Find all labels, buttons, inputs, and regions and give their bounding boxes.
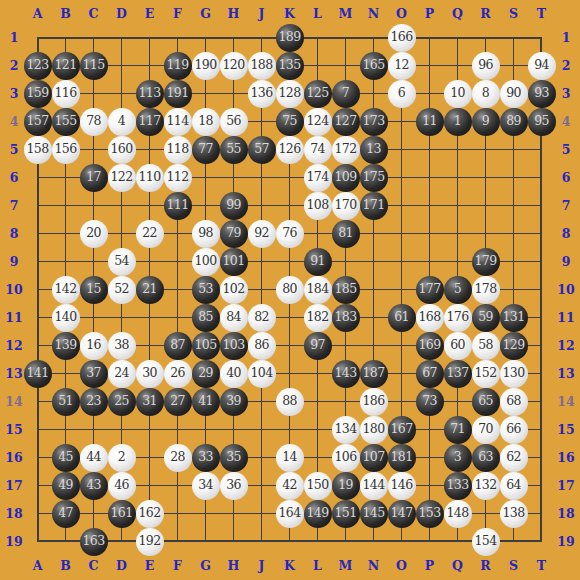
row-label-right-15: 15 [557,423,574,436]
stone-H5-move-55[interactable]: 55 [220,136,248,164]
stone-N17-move-144[interactable]: 144 [360,472,388,500]
stone-F12-move-87[interactable]: 87 [164,332,192,360]
col-label-bottom-G: G [200,560,211,573]
stone-G10-move-53[interactable]: 53 [192,276,220,304]
stone-C10-move-15[interactable]: 15 [80,276,108,304]
stone-N5-move-13[interactable]: 13 [360,136,388,164]
stone-R16-move-63[interactable]: 63 [472,444,500,472]
stone-G5-move-77[interactable]: 77 [192,136,220,164]
row-label-right-17: 17 [557,479,574,492]
row-label-left-17: 17 [5,479,22,492]
stone-S15-move-66[interactable]: 66 [500,416,528,444]
row-label-right-4: 4 [562,115,571,128]
stone-C17-move-43[interactable]: 43 [80,472,108,500]
row-label-left-2: 2 [10,59,19,72]
stone-J13-move-104[interactable]: 104 [248,360,276,388]
stone-K3-move-128[interactable]: 128 [276,80,304,108]
stone-N13-move-187[interactable]: 187 [360,360,388,388]
stone-C16-move-44[interactable]: 44 [80,444,108,472]
stone-B12-move-139[interactable]: 139 [52,332,80,360]
row-label-right-10: 10 [557,283,574,296]
stone-Q16-move-3[interactable]: 3 [444,444,472,472]
stone-K5-move-126[interactable]: 126 [276,136,304,164]
stone-C4-move-78[interactable]: 78 [80,108,108,136]
col-label-bottom-A: A [33,560,43,573]
row-label-left-11: 11 [5,311,22,324]
stone-G8-move-98[interactable]: 98 [192,220,220,248]
stone-D17-move-46[interactable]: 46 [108,472,136,500]
stone-F3-move-191[interactable]: 191 [164,80,192,108]
row-label-right-3: 3 [562,87,571,100]
stone-R4-move-9[interactable]: 9 [472,108,500,136]
stone-T2-move-94[interactable]: 94 [528,52,556,80]
row-label-left-1: 1 [10,31,19,44]
stone-O17-move-146[interactable]: 146 [388,472,416,500]
stone-L10-move-184[interactable]: 184 [304,276,332,304]
stone-E18-move-162[interactable]: 162 [136,500,164,528]
stone-H12-move-103[interactable]: 103 [220,332,248,360]
stone-P14-move-73[interactable]: 73 [416,388,444,416]
stone-T3-move-93[interactable]: 93 [528,80,556,108]
stone-P4-move-11[interactable]: 11 [416,108,444,136]
stone-L7-move-108[interactable]: 108 [304,192,332,220]
stone-B2-move-121[interactable]: 121 [52,52,80,80]
stone-M8-move-81[interactable]: 81 [332,220,360,248]
row-label-right-6: 6 [562,171,571,184]
row-label-left-5: 5 [10,143,19,156]
col-label-bottom-R: R [480,560,490,573]
stone-Q17-move-133[interactable]: 133 [444,472,472,500]
stone-E14-move-31[interactable]: 31 [136,388,164,416]
stone-Q12-move-60[interactable]: 60 [444,332,472,360]
row-label-right-7: 7 [562,199,571,212]
stone-F16-move-28[interactable]: 28 [164,444,192,472]
stone-E6-move-110[interactable]: 110 [136,164,164,192]
stone-F4-move-114[interactable]: 114 [164,108,192,136]
stone-O3-move-6[interactable]: 6 [388,80,416,108]
stone-L11-move-182[interactable]: 182 [304,304,332,332]
stone-H2-move-120[interactable]: 120 [220,52,248,80]
col-label-bottom-J: J [259,560,265,573]
stone-O1-move-166[interactable]: 166 [388,24,416,52]
stone-O15-move-167[interactable]: 167 [388,416,416,444]
row-label-left-9: 9 [10,255,19,268]
col-label-top-N: N [368,8,379,21]
col-label-top-F: F [173,8,182,21]
stone-K18-move-164[interactable]: 164 [276,500,304,528]
col-label-top-D: D [116,8,127,21]
stone-P13-move-67[interactable]: 67 [416,360,444,388]
stone-K1-move-189[interactable]: 189 [276,24,304,52]
col-label-bottom-E: E [145,560,155,573]
stone-S4-move-89[interactable]: 89 [500,108,528,136]
stone-R3-move-8[interactable]: 8 [472,80,500,108]
stone-O2-move-12[interactable]: 12 [388,52,416,80]
stone-D10-move-52[interactable]: 52 [108,276,136,304]
row-label-left-18: 18 [5,507,22,520]
stone-S3-move-90[interactable]: 90 [500,80,528,108]
row-label-left-16: 16 [5,451,22,464]
stone-J11-move-82[interactable]: 82 [248,304,276,332]
stone-A3-move-159[interactable]: 159 [24,80,52,108]
stone-E3-move-113[interactable]: 113 [136,80,164,108]
col-label-top-M: M [339,8,353,21]
stone-S17-move-64[interactable]: 64 [500,472,528,500]
stone-E4-move-117[interactable]: 117 [136,108,164,136]
stone-R15-move-70[interactable]: 70 [472,416,500,444]
stone-O16-move-181[interactable]: 181 [388,444,416,472]
stone-R13-move-152[interactable]: 152 [472,360,500,388]
col-label-top-R: R [480,8,490,21]
stone-M10-move-185[interactable]: 185 [332,276,360,304]
stone-M7-move-170[interactable]: 170 [332,192,360,220]
stone-Q15-move-71[interactable]: 71 [444,416,472,444]
row-label-left-13: 13 [5,367,22,380]
stone-G13-move-29[interactable]: 29 [192,360,220,388]
stone-M6-move-109[interactable]: 109 [332,164,360,192]
stone-D16-move-2[interactable]: 2 [108,444,136,472]
stone-D4-move-4[interactable]: 4 [108,108,136,136]
stone-N2-move-165[interactable]: 165 [360,52,388,80]
stone-B16-move-45[interactable]: 45 [52,444,80,472]
stone-N14-move-186[interactable]: 186 [360,388,388,416]
col-label-top-E: E [145,8,155,21]
stone-G9-move-100[interactable]: 100 [192,248,220,276]
stone-O11-move-61[interactable]: 61 [388,304,416,332]
stone-L9-move-91[interactable]: 91 [304,248,332,276]
stone-R17-move-132[interactable]: 132 [472,472,500,500]
stone-K17-move-42[interactable]: 42 [276,472,304,500]
col-label-top-O: O [396,8,407,21]
stone-M11-move-183[interactable]: 183 [332,304,360,332]
row-label-right-8: 8 [562,227,571,240]
stone-G16-move-33[interactable]: 33 [192,444,220,472]
col-label-top-S: S [509,8,518,21]
stone-P10-move-177[interactable]: 177 [416,276,444,304]
row-label-right-12: 12 [557,339,574,352]
stone-M17-move-19[interactable]: 19 [332,472,360,500]
row-label-right-16: 16 [557,451,574,464]
row-label-right-14: 14 [557,395,574,408]
col-label-bottom-B: B [60,560,71,573]
stone-K10-move-80[interactable]: 80 [276,276,304,304]
stone-S11-move-131[interactable]: 131 [500,304,528,332]
stone-Q11-move-176[interactable]: 176 [444,304,472,332]
stone-G4-move-18[interactable]: 18 [192,108,220,136]
stone-N6-move-175[interactable]: 175 [360,164,388,192]
stone-M15-move-134[interactable]: 134 [332,416,360,444]
row-label-left-19: 19 [5,535,22,548]
stone-E19-move-192[interactable]: 192 [136,528,164,556]
stone-H16-move-35[interactable]: 35 [220,444,248,472]
stone-F6-move-112[interactable]: 112 [164,164,192,192]
stone-A13-move-141[interactable]: 141 [24,360,52,388]
row-label-left-15: 15 [5,423,22,436]
stone-G2-move-190[interactable]: 190 [192,52,220,80]
stone-C6-move-17[interactable]: 17 [80,164,108,192]
stone-K4-move-75[interactable]: 75 [276,108,304,136]
stone-F2-move-119[interactable]: 119 [164,52,192,80]
stone-J2-move-188[interactable]: 188 [248,52,276,80]
stone-M16-move-106[interactable]: 106 [332,444,360,472]
stone-D14-move-25[interactable]: 25 [108,388,136,416]
col-label-top-K: K [284,8,295,21]
stone-L4-move-124[interactable]: 124 [304,108,332,136]
stone-Q13-move-137[interactable]: 137 [444,360,472,388]
col-label-top-P: P [425,8,434,21]
col-label-bottom-P: P [425,560,434,573]
stone-H8-move-79[interactable]: 79 [220,220,248,248]
stone-B17-move-49[interactable]: 49 [52,472,80,500]
stone-C8-move-20[interactable]: 20 [80,220,108,248]
row-label-left-4: 4 [10,115,19,128]
col-label-top-Q: Q [452,8,463,21]
stone-P12-move-169[interactable]: 169 [416,332,444,360]
stone-S13-move-130[interactable]: 130 [500,360,528,388]
stone-B4-move-155[interactable]: 155 [52,108,80,136]
go-board: AABBCCDDEEFFGGHHJJKKLLMMNNOOPPQQRRSSTT11… [0,0,580,580]
row-label-right-11: 11 [557,311,574,324]
stone-R9-move-179[interactable]: 179 [472,248,500,276]
stone-N18-move-145[interactable]: 145 [360,500,388,528]
stone-S16-move-62[interactable]: 62 [500,444,528,472]
col-label-bottom-L: L [313,560,322,573]
stone-Q10-move-5[interactable]: 5 [444,276,472,304]
stone-L12-move-97[interactable]: 97 [304,332,332,360]
stone-D18-move-161[interactable]: 161 [108,500,136,528]
row-label-right-2: 2 [562,59,571,72]
stone-P18-move-153[interactable]: 153 [416,500,444,528]
col-label-top-B: B [60,8,71,21]
row-label-left-8: 8 [10,227,19,240]
stone-K16-move-14[interactable]: 14 [276,444,304,472]
stone-G17-move-34[interactable]: 34 [192,472,220,500]
stone-Q18-move-148[interactable]: 148 [444,500,472,528]
stone-G14-move-41[interactable]: 41 [192,388,220,416]
stone-E13-move-30[interactable]: 30 [136,360,164,388]
stone-M4-move-127[interactable]: 127 [332,108,360,136]
col-label-bottom-K: K [284,560,295,573]
stone-F7-move-111[interactable]: 111 [164,192,192,220]
stone-R14-move-65[interactable]: 65 [472,388,500,416]
stone-H14-move-39[interactable]: 39 [220,388,248,416]
row-label-left-6: 6 [10,171,19,184]
col-label-bottom-Q: Q [452,560,463,573]
stone-F5-move-118[interactable]: 118 [164,136,192,164]
stone-D5-move-160[interactable]: 160 [108,136,136,164]
stone-C13-move-37[interactable]: 37 [80,360,108,388]
row-label-right-19: 19 [557,535,574,548]
stone-C12-move-16[interactable]: 16 [80,332,108,360]
stone-H10-move-102[interactable]: 102 [220,276,248,304]
row-label-right-5: 5 [562,143,571,156]
stone-M5-move-172[interactable]: 172 [332,136,360,164]
col-label-top-J: J [259,8,265,21]
stone-D9-move-54[interactable]: 54 [108,248,136,276]
col-label-bottom-F: F [173,560,182,573]
col-label-bottom-S: S [509,560,518,573]
stone-T4-move-95[interactable]: 95 [528,108,556,136]
stone-L17-move-150[interactable]: 150 [304,472,332,500]
col-label-top-A: A [33,8,43,21]
stone-S18-move-138[interactable]: 138 [500,500,528,528]
stone-J3-move-136[interactable]: 136 [248,80,276,108]
stone-Q4-move-1[interactable]: 1 [444,108,472,136]
stone-N7-move-171[interactable]: 171 [360,192,388,220]
col-label-top-L: L [313,8,322,21]
stone-D13-move-24[interactable]: 24 [108,360,136,388]
stone-H13-move-40[interactable]: 40 [220,360,248,388]
stone-R11-move-59[interactable]: 59 [472,304,500,332]
stone-R19-move-154[interactable]: 154 [472,528,500,556]
stone-N16-move-107[interactable]: 107 [360,444,388,472]
row-label-left-12: 12 [5,339,22,352]
row-label-left-7: 7 [10,199,19,212]
stone-N4-move-173[interactable]: 173 [360,108,388,136]
stone-P11-move-168[interactable]: 168 [416,304,444,332]
stone-B11-move-140[interactable]: 140 [52,304,80,332]
stone-L3-move-125[interactable]: 125 [304,80,332,108]
col-label-bottom-M: M [339,560,353,573]
row-label-right-1: 1 [562,31,571,44]
stone-R2-move-96[interactable]: 96 [472,52,500,80]
stone-H4-move-56[interactable]: 56 [220,108,248,136]
stone-H11-move-84[interactable]: 84 [220,304,248,332]
stone-J8-move-92[interactable]: 92 [248,220,276,248]
col-label-top-H: H [228,8,240,21]
stone-Q3-move-10[interactable]: 10 [444,80,472,108]
stone-C19-move-163[interactable]: 163 [80,528,108,556]
stone-A2-move-123[interactable]: 123 [24,52,52,80]
stone-R10-move-178[interactable]: 178 [472,276,500,304]
stone-M13-move-143[interactable]: 143 [332,360,360,388]
col-label-bottom-T: T [537,560,546,573]
stone-S12-move-129[interactable]: 129 [500,332,528,360]
stone-H7-move-99[interactable]: 99 [220,192,248,220]
stone-C2-move-115[interactable]: 115 [80,52,108,80]
stone-D12-move-38[interactable]: 38 [108,332,136,360]
stone-L5-move-74[interactable]: 74 [304,136,332,164]
stone-J12-move-86[interactable]: 86 [248,332,276,360]
row-label-left-14: 14 [5,395,22,408]
col-label-bottom-N: N [368,560,379,573]
col-label-bottom-H: H [228,560,240,573]
stone-H9-move-101[interactable]: 101 [220,248,248,276]
row-label-right-9: 9 [562,255,571,268]
col-label-bottom-O: O [396,560,407,573]
row-label-right-18: 18 [557,507,574,520]
stone-H17-move-36[interactable]: 36 [220,472,248,500]
stone-J5-move-57[interactable]: 57 [248,136,276,164]
stone-D6-move-122[interactable]: 122 [108,164,136,192]
stone-E10-move-21[interactable]: 21 [136,276,164,304]
stone-K14-move-88[interactable]: 88 [276,388,304,416]
stone-B3-move-116[interactable]: 116 [52,80,80,108]
row-label-right-13: 13 [557,367,574,380]
stone-M18-move-151[interactable]: 151 [332,500,360,528]
stone-N15-move-180[interactable]: 180 [360,416,388,444]
stone-M3-move-7[interactable]: 7 [332,80,360,108]
stone-G12-move-105[interactable]: 105 [192,332,220,360]
stone-R12-move-58[interactable]: 58 [472,332,500,360]
stone-C14-move-23[interactable]: 23 [80,388,108,416]
stone-B14-move-51[interactable]: 51 [52,388,80,416]
stone-E8-move-22[interactable]: 22 [136,220,164,248]
row-label-left-10: 10 [5,283,22,296]
stone-L18-move-149[interactable]: 149 [304,500,332,528]
col-label-bottom-C: C [89,560,99,573]
stone-G11-move-85[interactable]: 85 [192,304,220,332]
col-label-top-G: G [200,8,211,21]
stone-O18-move-147[interactable]: 147 [388,500,416,528]
stone-A4-move-157[interactable]: 157 [24,108,52,136]
row-label-left-3: 3 [10,87,19,100]
stone-F14-move-27[interactable]: 27 [164,388,192,416]
col-label-top-C: C [89,8,99,21]
col-label-bottom-D: D [116,560,127,573]
stone-B10-move-142[interactable]: 142 [52,276,80,304]
stone-L6-move-174[interactable]: 174 [304,164,332,192]
stone-B5-move-156[interactable]: 156 [52,136,80,164]
stone-K2-move-135[interactable]: 135 [276,52,304,80]
stone-A5-move-158[interactable]: 158 [24,136,52,164]
col-label-top-T: T [537,8,546,21]
stone-F13-move-26[interactable]: 26 [164,360,192,388]
stone-K8-move-76[interactable]: 76 [276,220,304,248]
stone-S14-move-68[interactable]: 68 [500,388,528,416]
stone-B18-move-47[interactable]: 47 [52,500,80,528]
